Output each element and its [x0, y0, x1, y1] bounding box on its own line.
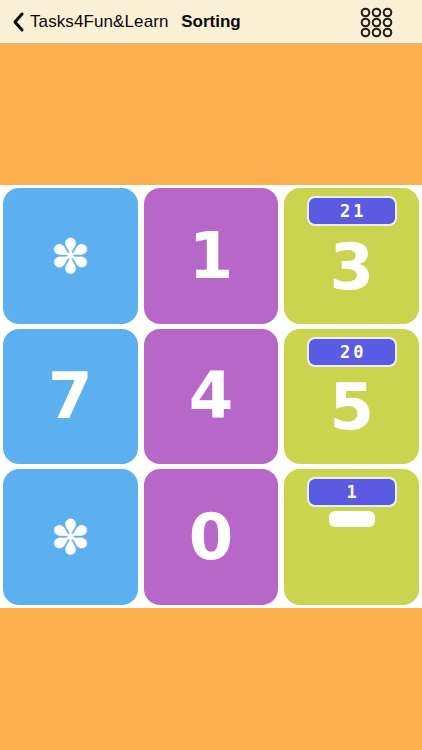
navigation-bar: Tasks4Fun&Learn Sorting — [0, 0, 422, 44]
star-icon: ✽ — [3, 469, 138, 605]
tile[interactable]: 7 — [3, 329, 138, 465]
grid-dots-icon — [360, 24, 393, 41]
tile-number: 0 — [144, 469, 279, 605]
back-button-label: Tasks4Fun&Learn — [30, 12, 169, 32]
tile[interactable]: 205 — [284, 329, 419, 465]
grid-menu-button[interactable] — [360, 7, 393, 38]
back-button[interactable]: Tasks4Fun&Learn — [12, 0, 169, 44]
tile[interactable]: 0 — [144, 469, 279, 605]
app-screen: Tasks4Fun&Learn Sorting ✽121374205✽01— — [0, 0, 422, 750]
count-badge: 1 — [307, 477, 397, 507]
tile[interactable]: 1 — [144, 188, 279, 324]
count-badge: 21 — [307, 196, 397, 226]
tile[interactable]: 213 — [284, 188, 419, 324]
count-badge: 20 — [307, 337, 397, 367]
tile-number: 3 — [284, 226, 419, 324]
star-icon: ✽ — [3, 188, 138, 324]
tile-number: 7 — [3, 329, 138, 465]
chevron-left-icon — [12, 12, 24, 32]
tile[interactable]: ✽ — [3, 188, 138, 324]
tile[interactable]: ✽ — [3, 469, 138, 605]
sorting-board: ✽121374205✽01— — [0, 185, 422, 608]
dash-icon: — — [329, 511, 375, 527]
tile-number: 1 — [144, 188, 279, 324]
tile-number: 5 — [284, 367, 419, 465]
tile-number: 4 — [144, 329, 279, 465]
tile[interactable]: 4 — [144, 329, 279, 465]
tile[interactable]: 1— — [284, 469, 419, 605]
